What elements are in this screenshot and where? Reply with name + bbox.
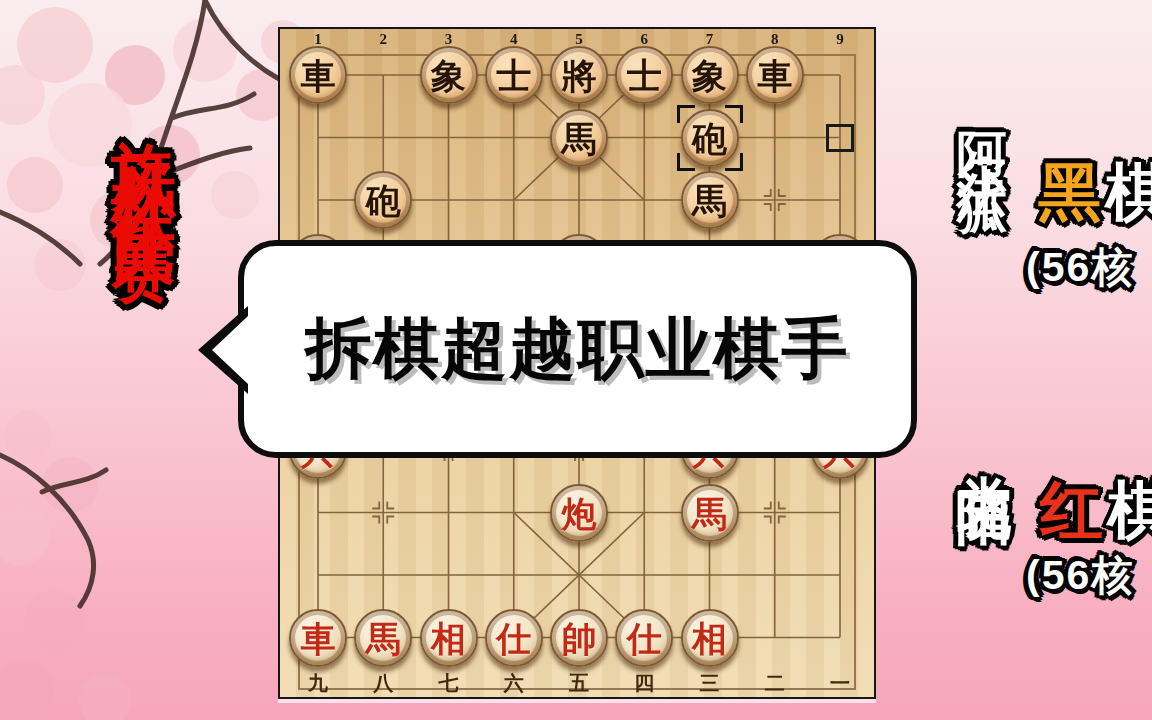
piece-red-馬-f7r7[interactable]: 馬 (681, 484, 739, 542)
black-engine-spec: (56核 (1026, 240, 1134, 295)
red-side-label-char2: 棋 (1107, 475, 1152, 545)
file-label-bottom-1: 九 (303, 670, 333, 697)
file-label-bottom-9: 一 (825, 670, 855, 697)
piece-glyph: 車 (748, 48, 802, 102)
piece-red-相-f7r9[interactable]: 相 (681, 609, 739, 667)
piece-black-象-f3r0[interactable]: 象 (420, 46, 478, 104)
piece-glyph: 仕 (487, 611, 541, 665)
piece-black-士-f6r0[interactable]: 士 (615, 46, 673, 104)
piece-black-車-f1r0[interactable]: 車 (289, 46, 347, 104)
caption-bubble-tail (198, 306, 248, 394)
black-side-label-char1: 黑 (1038, 157, 1105, 227)
piece-glyph: 相 (422, 611, 476, 665)
piece-glyph: 象 (683, 48, 737, 102)
piece-red-仕-f6r9[interactable]: 仕 (615, 609, 673, 667)
file-label-top-2: 2 (370, 31, 396, 48)
piece-red-仕-f4r9[interactable]: 仕 (485, 609, 543, 667)
piece-black-士-f4r0[interactable]: 士 (485, 46, 543, 104)
black-side-label: 黑棋 (1038, 150, 1152, 236)
piece-red-炮-f5r7[interactable]: 炮 (550, 484, 608, 542)
black-player-name: 阿尔法狐 (957, 92, 1007, 164)
caption-bubble: 拆棋超越职业棋手 (238, 240, 917, 458)
file-label-bottom-2: 八 (368, 670, 398, 697)
piece-glyph: 馬 (683, 486, 737, 540)
piece-glyph: 車 (291, 611, 345, 665)
piece-glyph: 士 (487, 48, 541, 102)
red-engine-spec: (56核 (1026, 548, 1134, 603)
file-label-bottom-5: 五 (564, 670, 594, 697)
piece-black-馬-f5r1[interactable]: 馬 (550, 109, 608, 167)
file-label-bottom-8: 二 (760, 670, 790, 697)
piece-glyph: 士 (617, 48, 671, 102)
piece-black-將-f5r0[interactable]: 將 (550, 46, 608, 104)
piece-glyph: 象 (422, 48, 476, 102)
move-origin-square-marker (826, 124, 854, 152)
red-player-name: 党晓阳 (956, 430, 1012, 460)
piece-glyph: 將 (552, 48, 606, 102)
video-frame: 123456789 九八七六五四三二一 車象士將士象車馬砲砲馬卒卒卒兵兵兵炮馬車… (0, 0, 1152, 720)
file-label-bottom-6: 四 (629, 670, 659, 697)
piece-red-相-f3r9[interactable]: 相 (420, 609, 478, 667)
piece-black-砲-f2r2[interactable]: 砲 (354, 171, 412, 229)
piece-black-象-f7r0[interactable]: 象 (681, 46, 739, 104)
piece-glyph: 相 (683, 611, 737, 665)
piece-glyph: 馬 (356, 611, 410, 665)
piece-black-車-f8r0[interactable]: 車 (746, 46, 804, 104)
piece-red-帥-f5r9[interactable]: 帥 (550, 609, 608, 667)
file-label-bottom-3: 七 (434, 670, 464, 697)
piece-red-車-f1r9[interactable]: 車 (289, 609, 347, 667)
red-side-label: 红棋 (1040, 468, 1152, 554)
file-label-bottom-7: 三 (695, 670, 725, 697)
file-label-bottom-4: 六 (499, 670, 529, 697)
piece-glyph: 帥 (552, 611, 606, 665)
piece-glyph: 炮 (552, 486, 606, 540)
red-side-label-char1: 红 (1040, 475, 1107, 545)
tournament-banner: 旋风杯软件比赛 (112, 88, 176, 200)
piece-glyph: 車 (291, 48, 345, 102)
piece-glyph: 馬 (552, 111, 606, 165)
caption-text: 拆棋超越职业棋手 (306, 304, 850, 394)
piece-red-馬-f2r9[interactable]: 馬 (354, 609, 412, 667)
piece-black-馬-f7r2[interactable]: 馬 (681, 171, 739, 229)
piece-glyph: 馬 (683, 173, 737, 227)
piece-glyph: 砲 (356, 173, 410, 227)
file-label-top-9: 9 (827, 31, 853, 48)
piece-glyph: 仕 (617, 611, 671, 665)
selected-piece-marker (677, 105, 743, 171)
black-side-label-char2: 棋 (1105, 157, 1152, 227)
